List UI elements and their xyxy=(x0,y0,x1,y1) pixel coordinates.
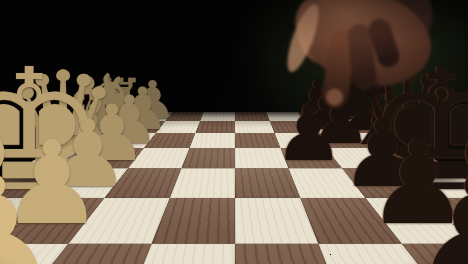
chess-photo-scene: ♜♟♜♟♞♟♞♟♝♟♝♟♛♟♛♟♚♟♚♟♝♟♝♟♞♟♞♟♟ xyxy=(0,0,468,264)
piece-black-pawn-d6[interactable]: ♟ xyxy=(274,95,344,173)
piece-black-pawn-g7[interactable]: ♟ xyxy=(409,156,468,264)
piece-white-pawn-g2[interactable]: ♟ xyxy=(0,156,61,264)
pieces-layer: ♜♟♜♟♞♟♞♟♝♟♝♟♛♟♛♟♚♟♚♟♝♟♝♟♞♟♞♟♟ xyxy=(0,0,468,264)
